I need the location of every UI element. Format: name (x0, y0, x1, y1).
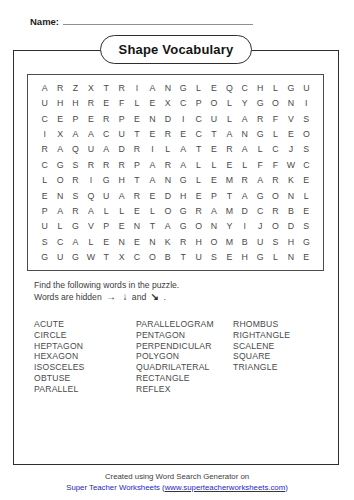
grid-cell: T (206, 126, 221, 141)
grid-cell: S (268, 234, 283, 249)
down-arrow-icon: ↓ (120, 291, 129, 302)
grid-cell: G (176, 203, 191, 218)
grid-cell: T (222, 188, 237, 203)
grid-cell: S (37, 234, 52, 249)
grid-cell: P (68, 111, 83, 126)
grid-cell: H (237, 250, 252, 265)
grid-cell: G (52, 157, 67, 172)
grid-cell: E (129, 111, 144, 126)
grid-cell: T (191, 142, 206, 157)
footer: Created using Word Search Generator on S… (0, 471, 354, 493)
grid-cell: U (37, 219, 52, 234)
word-item: ACUTE (34, 319, 136, 330)
grid-cell: O (52, 173, 67, 188)
instruction-conjunction: and (132, 292, 146, 302)
grid-cell: A (176, 157, 191, 172)
name-label: Name: (30, 16, 59, 27)
grid-cell: R (99, 157, 114, 172)
grid-cell: G (252, 250, 267, 265)
grid-cell: P (99, 219, 114, 234)
grid-cell: V (283, 111, 298, 126)
grid-cell: E (99, 95, 114, 110)
grid-cell: C (37, 157, 52, 172)
grid-cell: A (206, 203, 221, 218)
grid-cell: R (114, 80, 129, 95)
grid-cell: E (145, 188, 160, 203)
grid-cell: A (237, 142, 252, 157)
grid-cell: M (222, 173, 237, 188)
worksheet-page: Name: Shape Vocabulary ARZXTRIANGLEQCHLG… (0, 0, 354, 500)
grid-cell: L (191, 80, 206, 95)
grid-cell: P (37, 203, 52, 218)
grid-cell: I (299, 95, 314, 110)
grid-cell: N (206, 219, 221, 234)
grid-cell: R (268, 173, 283, 188)
grid-cell: R (129, 188, 144, 203)
grid-cell: S (299, 142, 314, 157)
grid-cell: B (160, 250, 175, 265)
grid-cell: T (129, 126, 144, 141)
footer-line1: Created using Word Search Generator on (0, 471, 354, 482)
grid-cell: G (299, 234, 314, 249)
grid-cell: S (299, 111, 314, 126)
grid-cell: O (206, 234, 221, 249)
grid-cell: A (145, 80, 160, 95)
grid-cell: T (129, 173, 144, 188)
grid-cell: L (52, 219, 67, 234)
grid-cell: L (114, 203, 129, 218)
grid-cell: R (68, 173, 83, 188)
grid-cell: C (299, 157, 314, 172)
grid-cell: U (206, 111, 221, 126)
grid-cell: O (268, 219, 283, 234)
grid-cell: I (129, 80, 144, 95)
grid-cell: J (283, 142, 298, 157)
grid-cell: G (283, 80, 298, 95)
grid-cell: G (252, 95, 267, 110)
footer-link[interactable]: www.superteacherworksheets.com (165, 483, 285, 492)
grid-cell: E (191, 188, 206, 203)
grid-cell: R (52, 80, 67, 95)
grid-cell: D (160, 111, 175, 126)
grid-cell: E (176, 126, 191, 141)
word-item: REFLEX (136, 384, 233, 395)
grid-cell: A (222, 126, 237, 141)
grid-cell: E (99, 234, 114, 249)
grid-cell: E (283, 126, 298, 141)
word-item: PARALLEL (34, 384, 136, 395)
word-list-column: RHOMBUSRIGHTANGLESCALENESQUARETRIANGLE (233, 319, 290, 395)
instruction-line2: Words are hidden → ↓ and ↘ . (34, 291, 179, 303)
word-list-column: PARALLELOGRAMPENTAGONPERPENDICULARPOLYGO… (136, 319, 233, 395)
grid-cell: Q (83, 188, 98, 203)
grid-cell: A (237, 188, 252, 203)
grid-cell: L (99, 203, 114, 218)
grid-cell: N (283, 95, 298, 110)
grid-cell: E (83, 111, 98, 126)
grid-cell: E (299, 203, 314, 218)
grid-cell: U (83, 142, 98, 157)
grid-cell: H (68, 95, 83, 110)
grid-cell: G (176, 173, 191, 188)
grid-cell: S (68, 188, 83, 203)
grid-cell: H (114, 173, 129, 188)
grid-cell: W (83, 250, 98, 265)
grid-cell: A (68, 234, 83, 249)
grid-cell: G (99, 173, 114, 188)
footer-closing-paren: ) (285, 483, 288, 492)
grid-cell: L (222, 95, 237, 110)
word-item: HEXAGON (34, 351, 136, 362)
grid-cell: J (252, 219, 267, 234)
letter-grid: ARZXTRIANGLEQCHLGUUHHREFLEXCPOLYGONICEPE… (37, 80, 314, 265)
grid-cell: T (99, 250, 114, 265)
grid-cell: U (191, 250, 206, 265)
word-item: SQUARE (233, 351, 290, 362)
grid-cell: E (206, 173, 221, 188)
grid-cell: N (160, 173, 175, 188)
word-item: PARALLELOGRAM (136, 319, 233, 330)
grid-cell: R (237, 173, 252, 188)
word-item: TRIANGLE (233, 362, 290, 373)
grid-cell: E (206, 80, 221, 95)
instruction-line2-text: Words are hidden (34, 292, 102, 302)
grid-cell: N (237, 126, 252, 141)
grid-cell: N (145, 111, 160, 126)
footer-line2: Super Teacher Worksheets (www.superteach… (0, 482, 354, 493)
grid-cell: C (237, 80, 252, 95)
grid-cell: H (52, 95, 67, 110)
grid-cell: R (160, 126, 175, 141)
grid-cell: L (191, 157, 206, 172)
grid-cell: D (237, 203, 252, 218)
grid-cell: I (237, 219, 252, 234)
grid-cell: A (114, 188, 129, 203)
grid-cell: C (252, 203, 267, 218)
grid-cell: N (283, 250, 298, 265)
grid-cell: R (114, 157, 129, 172)
grid-cell: E (129, 203, 144, 218)
grid-cell: L (37, 173, 52, 188)
word-item: RIGHTANGLE (233, 330, 290, 341)
grid-cell: G (176, 219, 191, 234)
word-item: RHOMBUS (233, 319, 290, 330)
grid-cell: N (145, 234, 160, 249)
grid-cell: I (37, 126, 52, 141)
grid-cell: A (99, 142, 114, 157)
grid-cell: R (99, 111, 114, 126)
grid-cell: A (68, 126, 83, 141)
grid-cell: A (83, 126, 98, 141)
name-row: Name: (30, 15, 253, 27)
grid-cell: L (83, 234, 98, 249)
grid-cell: D (114, 142, 129, 157)
grid-cell: A (160, 219, 175, 234)
grid-cell: X (114, 250, 129, 265)
word-item: CIRCLE (34, 330, 136, 341)
grid-cell: C (37, 111, 52, 126)
grid-cell: I (83, 173, 98, 188)
word-item: ISOSCELES (34, 362, 136, 373)
word-list: ACUTECIRCLEHEPTAGONHEXAGONISOSCELESOBTUS… (34, 319, 290, 395)
grid-cell: B (283, 203, 298, 218)
grid-cell: O (299, 126, 314, 141)
grid-cell: I (176, 111, 191, 126)
grid-cell: N (114, 234, 129, 249)
grid-cell: E (145, 95, 160, 110)
grid-cell: V (83, 219, 98, 234)
grid-cell: L (160, 142, 175, 157)
grid-cell: G (68, 250, 83, 265)
grid-cell: T (99, 80, 114, 95)
grid-cell: C (129, 250, 144, 265)
grid-cell: A (145, 157, 160, 172)
grid-cell: C (176, 95, 191, 110)
grid-cell: R (68, 203, 83, 218)
grid-cell: R (83, 95, 98, 110)
grid-cell: R (83, 157, 98, 172)
grid-cell: R (268, 203, 283, 218)
name-blank-line (63, 15, 253, 25)
grid-cell: A (37, 80, 52, 95)
grid-cell: B (237, 234, 252, 249)
word-item: PENTAGON (136, 330, 233, 341)
word-item: HEPTAGON (34, 341, 136, 352)
grid-cell: G (37, 250, 52, 265)
grid-cell: X (52, 126, 67, 141)
word-item: PERPENDICULAR (136, 341, 233, 352)
grid-cell: R (160, 157, 175, 172)
grid-cell: L (237, 157, 252, 172)
grid-cell: G (68, 219, 83, 234)
grid-cell: E (129, 234, 144, 249)
grid-cell: C (268, 142, 283, 157)
grid-cell: H (176, 188, 191, 203)
grid-cell: L (206, 157, 221, 172)
grid-cell: R (129, 142, 144, 157)
grid-cell: A (237, 111, 252, 126)
grid-cell: G (176, 80, 191, 95)
grid-cell: X (160, 95, 175, 110)
grid-cell: E (52, 111, 67, 126)
grid-cell: O (191, 219, 206, 234)
grid-cell: S (206, 250, 221, 265)
grid-cell: W (283, 157, 298, 172)
page-title: Shape Vocabulary (100, 35, 252, 64)
grid-cell: E (222, 250, 237, 265)
grid-cell: P (129, 157, 144, 172)
grid-cell: A (176, 142, 191, 157)
grid-cell: A (52, 203, 67, 218)
grid-cell: K (283, 173, 298, 188)
grid-cell: H (191, 234, 206, 249)
grid-cell: L (252, 142, 267, 157)
grid-cell: S (299, 219, 314, 234)
word-item: QUADRILATERAL (136, 362, 233, 373)
grid-cell: O (160, 203, 175, 218)
grid-cell: U (99, 188, 114, 203)
grid-cell: E (299, 250, 314, 265)
grid-cell: L (145, 203, 160, 218)
footer-site-name: Super Teacher Worksheets ( (66, 483, 165, 492)
word-item: POLYGON (136, 351, 233, 362)
grid-cell: L (299, 188, 314, 203)
grid-cell: O (268, 95, 283, 110)
grid-cell: C (52, 234, 67, 249)
grid-cell: R (176, 234, 191, 249)
grid-cell: M (222, 234, 237, 249)
grid-cell: R (252, 111, 267, 126)
grid-cell: Y (222, 219, 237, 234)
grid-cell: A (145, 173, 160, 188)
grid-cell: S (68, 157, 83, 172)
instruction-line1: Find the following words in the puzzle. (34, 280, 179, 291)
grid-cell: U (252, 234, 267, 249)
grid-cell: O (268, 188, 283, 203)
grid-cell: F (268, 111, 283, 126)
grid-cell: C (191, 111, 206, 126)
grid-cell: L (268, 80, 283, 95)
grid-cell: T (176, 250, 191, 265)
word-list-column: ACUTECIRCLEHEPTAGONHEXAGONISOSCELESOBTUS… (34, 319, 136, 395)
grid-cell: X (83, 80, 98, 95)
grid-cell: A (252, 173, 267, 188)
word-item: OBTUSE (34, 373, 136, 384)
grid-cell: L (222, 111, 237, 126)
grid-cell: A (52, 142, 67, 157)
grid-cell: L (129, 95, 144, 110)
grid-cell: Y (237, 95, 252, 110)
grid-cell: F (268, 157, 283, 172)
grid-cell: T (145, 219, 160, 234)
grid-cell: O (145, 250, 160, 265)
grid-cell: G (252, 188, 267, 203)
grid-cell: C (99, 126, 114, 141)
grid-cell: F (252, 157, 267, 172)
grid-cell: D (160, 188, 175, 203)
right-arrow-icon: → (104, 291, 118, 302)
puzzle-grid-box: ARZXTRIANGLEQCHLGUUHHREFLEXCPOLYGONICEPE… (27, 74, 324, 271)
grid-cell: M (222, 203, 237, 218)
grid-cell: L (191, 173, 206, 188)
grid-cell: G (252, 126, 267, 141)
grid-cell: U (52, 250, 67, 265)
grid-cell: A (83, 203, 98, 218)
worksheet-frame: Shape Vocabulary ARZXTRIANGLEQCHLGUUHHRE… (13, 50, 339, 465)
grid-cell: E (299, 173, 314, 188)
grid-cell: U (114, 126, 129, 141)
grid-cell: D (283, 219, 298, 234)
grid-cell: F (114, 95, 129, 110)
grid-cell: E (37, 188, 52, 203)
grid-cell: Q (222, 80, 237, 95)
instruction-line2-period: . (163, 292, 165, 302)
grid-cell: K (160, 234, 175, 249)
grid-cell: N (283, 188, 298, 203)
grid-cell: R (222, 142, 237, 157)
grid-cell: L (268, 126, 283, 141)
diagonal-arrow-icon: ↘ (149, 291, 161, 302)
word-item: RECTANGLE (136, 373, 233, 384)
word-item: SCALENE (233, 341, 290, 352)
grid-cell: N (52, 188, 67, 203)
grid-cell: P (206, 188, 221, 203)
grid-cell: N (160, 80, 175, 95)
grid-cell: P (114, 111, 129, 126)
instructions: Find the following words in the puzzle. … (34, 280, 179, 303)
grid-cell: L (268, 250, 283, 265)
grid-cell: U (37, 95, 52, 110)
grid-cell: I (145, 142, 160, 157)
grid-cell: H (252, 80, 267, 95)
grid-cell: O (206, 95, 221, 110)
grid-cell: E (206, 142, 221, 157)
grid-cell: H (283, 234, 298, 249)
grid-cell: Z (68, 80, 83, 95)
grid-cell: E (145, 126, 160, 141)
grid-cell: Q (68, 142, 83, 157)
grid-cell: R (191, 203, 206, 218)
grid-cell: E (222, 157, 237, 172)
grid-cell: R (37, 142, 52, 157)
grid-cell: E (114, 219, 129, 234)
grid-cell: U (299, 80, 314, 95)
grid-cell: N (129, 219, 144, 234)
grid-cell: P (191, 95, 206, 110)
grid-cell: C (191, 126, 206, 141)
